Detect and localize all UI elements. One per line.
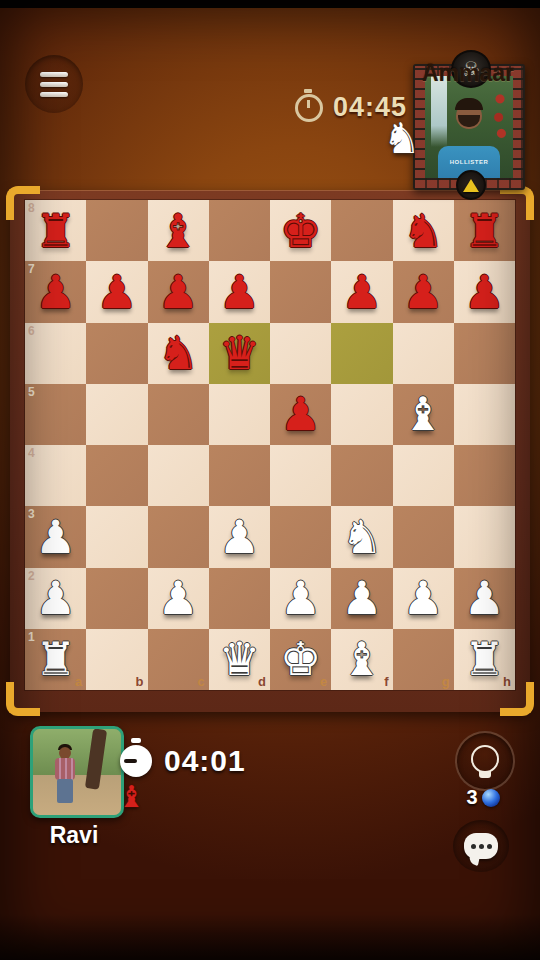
square-f3[interactable]: ♞: [331, 506, 392, 567]
opponent-photo: HOLLISTER: [425, 76, 513, 178]
square-g5[interactable]: ♝: [393, 384, 454, 445]
piece-white-pawn-a2[interactable]: ♟: [25, 568, 86, 629]
square-c1[interactable]: c: [148, 629, 209, 690]
player-clock: 04:01: [120, 744, 246, 778]
rank-label-4: 4: [28, 446, 35, 460]
piece-white-king-e1[interactable]: ♚: [270, 629, 331, 690]
square-d8[interactable]: [209, 200, 270, 261]
piece-white-pawn-d3[interactable]: ♟: [209, 506, 270, 567]
piece-white-pawn-f2[interactable]: ♟: [331, 568, 392, 629]
piece-red-knight-g8[interactable]: ♞: [393, 200, 454, 261]
hint-count-row: 3: [455, 786, 511, 809]
square-c3[interactable]: [148, 506, 209, 567]
file-label-c: c: [198, 674, 205, 689]
square-a3[interactable]: 3♟: [25, 506, 86, 567]
piece-white-pawn-a3[interactable]: ♟: [25, 506, 86, 567]
piece-white-pawn-e2[interactable]: ♟: [270, 568, 331, 629]
square-g4[interactable]: [393, 445, 454, 506]
rank-label-5: 5: [28, 385, 35, 399]
square-d7[interactable]: ♟: [209, 261, 270, 322]
board-corner-accent: [6, 186, 40, 220]
piece-red-bishop-c8[interactable]: ♝: [148, 200, 209, 261]
captured-piece-by-opponent: ♞: [383, 118, 421, 160]
square-e4[interactable]: [270, 445, 331, 506]
square-h5[interactable]: [454, 384, 515, 445]
square-g1[interactable]: g: [393, 629, 454, 690]
square-c8[interactable]: ♝: [148, 200, 209, 261]
board-corner-accent: [500, 186, 534, 220]
piece-white-pawn-c2[interactable]: ♟: [148, 568, 209, 629]
captured-piece-by-player: ♝: [118, 782, 145, 812]
square-b4[interactable]: [86, 445, 147, 506]
square-h4[interactable]: [454, 445, 515, 506]
square-g6[interactable]: [393, 323, 454, 384]
square-d1[interactable]: d♛: [209, 629, 270, 690]
square-e1[interactable]: e♚: [270, 629, 331, 690]
square-a2[interactable]: 2♟: [25, 568, 86, 629]
square-e2[interactable]: ♟: [270, 568, 331, 629]
square-h6[interactable]: [454, 323, 515, 384]
square-a1[interactable]: 1a♜: [25, 629, 86, 690]
square-d5[interactable]: [209, 384, 270, 445]
menu-button[interactable]: [25, 55, 83, 113]
piece-white-bishop-g5[interactable]: ♝: [393, 384, 454, 445]
opponent-name: Ammaar: [402, 60, 534, 87]
player-time: 04:01: [164, 744, 246, 778]
square-d2[interactable]: [209, 568, 270, 629]
piece-red-pawn-e5[interactable]: ♟: [270, 384, 331, 445]
square-h2[interactable]: ♟: [454, 568, 515, 629]
square-b2[interactable]: [86, 568, 147, 629]
chat-bubble-icon: [464, 833, 498, 859]
square-a5[interactable]: 5: [25, 384, 86, 445]
player-name: Ravi: [24, 822, 124, 849]
piece-red-pawn-g7[interactable]: ♟: [393, 261, 454, 322]
rank-label-6: 6: [28, 324, 35, 338]
square-f7[interactable]: ♟: [331, 261, 392, 322]
piece-white-rook-a1[interactable]: ♜: [25, 629, 86, 690]
square-b1[interactable]: b: [86, 629, 147, 690]
square-h7[interactable]: ♟: [454, 261, 515, 322]
file-label-g: g: [442, 674, 450, 689]
square-d4[interactable]: [209, 445, 270, 506]
square-b6[interactable]: [86, 323, 147, 384]
gold-triangle-emblem: [456, 170, 486, 200]
piece-red-pawn-c7[interactable]: ♟: [148, 261, 209, 322]
shirt-text: HOLLISTER: [450, 159, 489, 165]
piece-white-queen-d1[interactable]: ♛: [209, 629, 270, 690]
flowers-decor: [493, 92, 507, 138]
square-f4[interactable]: [331, 445, 392, 506]
hamburger-menu-icon: [40, 72, 68, 77]
piece-red-pawn-d7[interactable]: ♟: [209, 261, 270, 322]
square-g3[interactable]: [393, 506, 454, 567]
square-c7[interactable]: ♟: [148, 261, 209, 322]
square-f5[interactable]: [331, 384, 392, 445]
file-label-b: b: [136, 674, 144, 689]
blue-gem-icon: [482, 789, 500, 807]
piece-white-knight-f3[interactable]: ♞: [331, 506, 392, 567]
square-e8[interactable]: ♚: [270, 200, 331, 261]
status-bar-strip: [0, 0, 540, 8]
piece-red-knight-c6[interactable]: ♞: [148, 323, 209, 384]
piece-red-king-e8[interactable]: ♚: [270, 200, 331, 261]
square-c5[interactable]: [148, 384, 209, 445]
stopwatch-filled-icon: [120, 745, 152, 777]
square-h3[interactable]: [454, 506, 515, 567]
piece-red-queen-d6[interactable]: ♛: [209, 323, 270, 384]
piece-white-pawn-g2[interactable]: ♟: [393, 568, 454, 629]
square-e5[interactable]: ♟: [270, 384, 331, 445]
square-b8[interactable]: [86, 200, 147, 261]
square-a6[interactable]: 6: [25, 323, 86, 384]
chat-button[interactable]: [453, 820, 509, 872]
bottom-vignette: [0, 914, 540, 960]
piece-red-pawn-a7[interactable]: ♟: [25, 261, 86, 322]
square-a7[interactable]: 7♟: [25, 261, 86, 322]
square-c6[interactable]: ♞: [148, 323, 209, 384]
square-a4[interactable]: 4: [25, 445, 86, 506]
game-screen: 04:45 Ammaar HOLLISTER ☠ ♞ 8♜♝♚♞♜7♟♟♟♟♟♟…: [0, 0, 540, 960]
piece-red-pawn-f7[interactable]: ♟: [331, 261, 392, 322]
square-d6[interactable]: ♛: [209, 323, 270, 384]
square-b3[interactable]: [86, 506, 147, 567]
board-squares: 8♜♝♚♞♜7♟♟♟♟♟♟♟6♞♛5♟♝43♟♟♞2♟♟♟♟♟♟1a♜bcd♛e…: [25, 200, 515, 690]
square-g7[interactable]: ♟: [393, 261, 454, 322]
square-g2[interactable]: ♟: [393, 568, 454, 629]
square-f2[interactable]: ♟: [331, 568, 392, 629]
piece-white-pawn-h2[interactable]: ♟: [454, 568, 515, 629]
chess-board: 8♜♝♚♞♜7♟♟♟♟♟♟♟6♞♛5♟♝43♟♟♞2♟♟♟♟♟♟1a♜bcd♛e…: [10, 190, 530, 712]
hint-count: 3: [466, 786, 477, 809]
square-d3[interactable]: ♟: [209, 506, 270, 567]
square-e7[interactable]: [270, 261, 331, 322]
square-c2[interactable]: ♟: [148, 568, 209, 629]
board-corner-accent: [6, 682, 40, 716]
square-f6[interactable]: [331, 323, 392, 384]
square-e3[interactable]: [270, 506, 331, 567]
piece-red-pawn-h7[interactable]: ♟: [454, 261, 515, 322]
hint-button[interactable]: [455, 731, 515, 791]
square-c4[interactable]: [148, 445, 209, 506]
piece-white-bishop-f1[interactable]: ♝: [331, 629, 392, 690]
square-f8[interactable]: [331, 200, 392, 261]
stopwatch-outline-icon: [295, 94, 323, 122]
square-b7[interactable]: ♟: [86, 261, 147, 322]
square-e6[interactable]: [270, 323, 331, 384]
piece-red-pawn-b7[interactable]: ♟: [86, 261, 147, 322]
square-g8[interactable]: ♞: [393, 200, 454, 261]
square-h1[interactable]: h♜: [454, 629, 515, 690]
lightbulb-icon: [471, 745, 499, 773]
square-f1[interactable]: f♝: [331, 629, 392, 690]
player-avatar[interactable]: [30, 726, 124, 818]
piece-white-rook-h1[interactable]: ♜: [454, 629, 515, 690]
square-b5[interactable]: [86, 384, 147, 445]
board-corner-accent: [500, 682, 534, 716]
